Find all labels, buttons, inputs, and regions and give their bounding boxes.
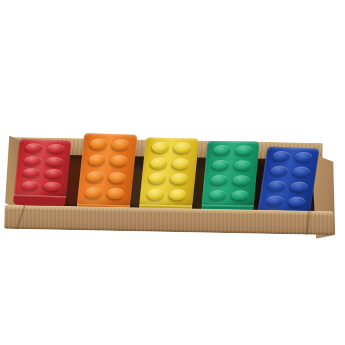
brick-top-face [139,137,199,205]
stud [172,158,190,169]
stud [25,143,43,153]
brick-top-face [258,146,319,212]
stud [21,181,39,191]
stud [112,139,130,151]
stud [290,181,308,192]
brick-green [201,141,260,216]
stud-grid [202,141,260,206]
stud [43,182,61,192]
stud [22,168,40,178]
product-photo [0,0,345,345]
stud [235,146,253,156]
stud [148,173,166,184]
stud [147,189,165,200]
stud [45,156,63,166]
stud [270,166,288,177]
stud [88,154,106,166]
stud [287,196,305,207]
brick-top-face [202,141,260,206]
stud [107,188,125,200]
stud-grid [139,137,199,205]
stud [231,190,249,200]
cardboard-tray [0,0,345,345]
stud [109,171,127,183]
stud [89,138,107,150]
stud-grid [258,146,319,212]
stud [211,160,229,170]
stud [169,189,187,200]
brick-red [13,139,71,207]
bricks-row [0,0,345,345]
stud [272,151,290,162]
stud [151,142,169,153]
brick-yellow [138,137,199,215]
stud [209,190,227,200]
stud [210,175,228,185]
stud-grid [14,139,71,197]
stud-grid [77,133,137,206]
stud [171,174,189,185]
stud [233,160,251,170]
stud [292,167,310,178]
brick-top-face [14,139,71,197]
stud [232,175,250,185]
stud [84,187,102,199]
stud [294,152,312,163]
brick-top-face [77,133,137,206]
stud [150,158,168,169]
stud [174,143,192,154]
brick-orange [76,133,137,216]
stud [23,156,41,166]
stud [268,180,286,191]
stud [44,169,62,179]
stud [47,144,65,154]
stud [110,155,128,167]
stud [213,145,231,155]
stud [265,195,283,206]
stud [86,171,104,183]
